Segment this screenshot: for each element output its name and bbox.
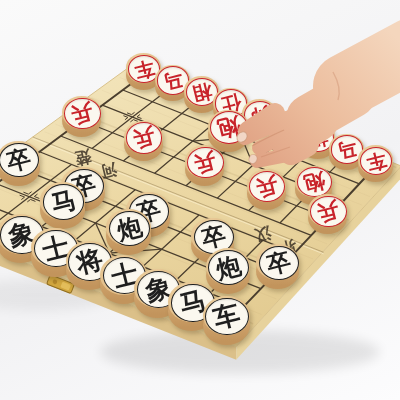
xiangqi-piece: 卒 xyxy=(256,244,299,291)
xiangqi-piece: 兵 xyxy=(124,121,163,164)
pieces-layer: 车马相仕帅仕相马车炮兵兵兵兵兵卒卒卒卒卒马炮炮车象士将士象马车炮 xyxy=(0,0,400,400)
scene: 楚河汉界 车马相仕帅仕相马车炮兵兵兵兵兵卒卒卒卒卒马炮炮车象士将士象马车炮 xyxy=(0,0,400,400)
xiangqi-piece: 卒 xyxy=(0,141,40,188)
lifted-piece: 炮 xyxy=(208,110,249,155)
xiangqi-piece: 马 xyxy=(40,182,84,231)
xiangqi-piece: 车 xyxy=(358,145,393,184)
xiangqi-piece: 兵 xyxy=(247,169,286,212)
xiangqi-piece: 兵 xyxy=(62,96,101,139)
xiangqi-piece: 炮 xyxy=(106,209,150,258)
xiangqi-piece: 车 xyxy=(203,296,250,348)
xiangqi-piece: 兵 xyxy=(308,194,347,237)
